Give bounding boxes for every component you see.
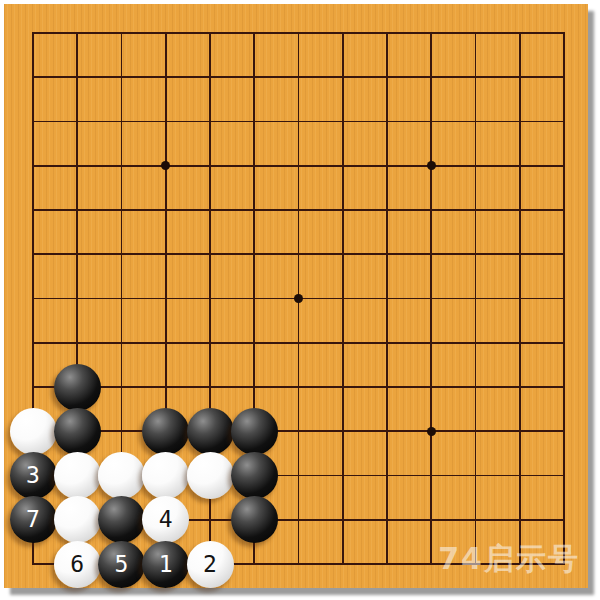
white-stone[interactable]: [187, 452, 234, 499]
watermark-text: 74启示号: [438, 539, 580, 580]
go-board[interactable]: 3746512 74启示号: [4, 4, 588, 588]
white-stone-move-2[interactable]: 2: [187, 541, 234, 588]
black-stone[interactable]: [142, 408, 189, 455]
black-stone[interactable]: [231, 408, 278, 455]
black-stone-move-7[interactable]: 7: [10, 496, 57, 543]
stones-layer: 3746512: [33, 33, 564, 564]
move-number: 3: [26, 464, 40, 487]
black-stone-move-3[interactable]: 3: [10, 452, 57, 499]
move-number: 5: [115, 553, 129, 576]
move-number: 6: [70, 553, 84, 576]
white-stone-move-4[interactable]: 4: [142, 496, 189, 543]
black-stone-move-5[interactable]: 5: [98, 541, 145, 588]
move-number: 1: [159, 553, 173, 576]
move-number: 2: [203, 553, 217, 576]
black-stone[interactable]: [231, 452, 278, 499]
white-stone[interactable]: [142, 452, 189, 499]
move-number: 4: [159, 508, 173, 531]
white-stone[interactable]: [54, 496, 101, 543]
move-number: 7: [26, 508, 40, 531]
white-stone[interactable]: [54, 452, 101, 499]
white-stone-move-6[interactable]: 6: [54, 541, 101, 588]
black-stone[interactable]: [98, 496, 145, 543]
black-stone[interactable]: [54, 364, 101, 411]
black-stone-move-1[interactable]: 1: [142, 541, 189, 588]
black-stone[interactable]: [54, 408, 101, 455]
white-stone[interactable]: [98, 452, 145, 499]
black-stone[interactable]: [231, 496, 278, 543]
black-stone[interactable]: [187, 408, 234, 455]
page-background: 3746512 74启示号: [0, 0, 600, 600]
white-stone[interactable]: [10, 408, 57, 455]
